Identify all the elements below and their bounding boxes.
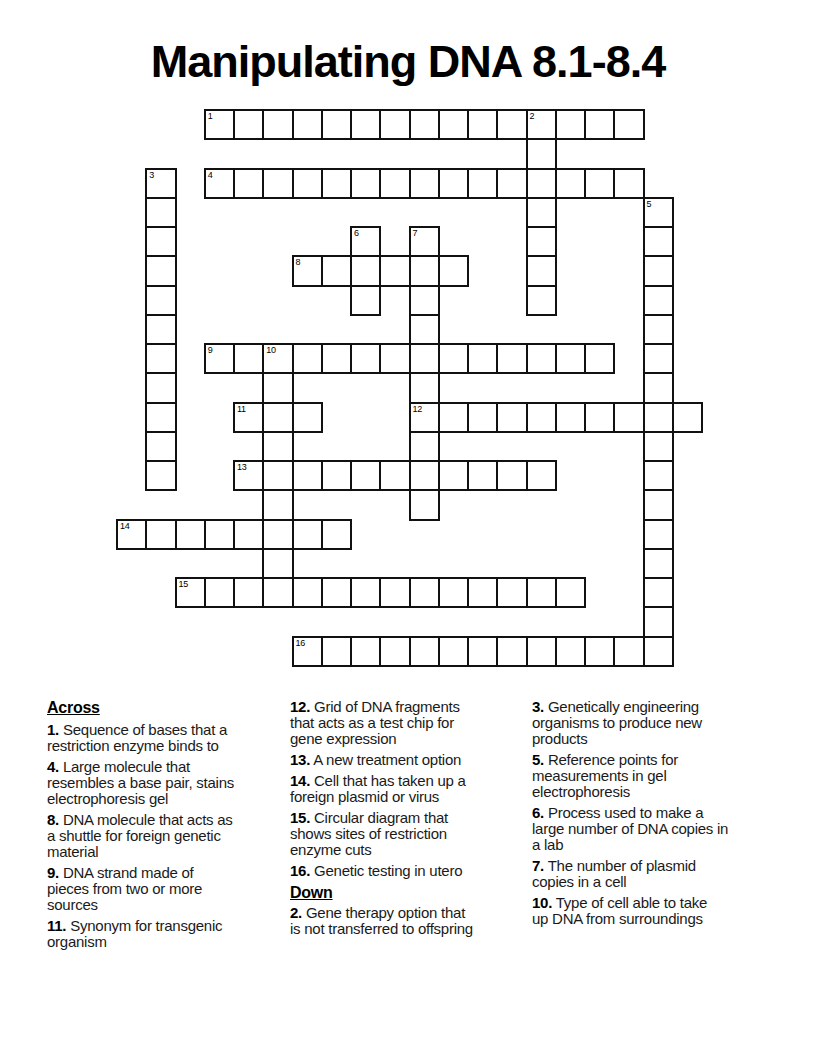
grid-cell-r0c14[interactable]: 2 <box>526 109 557 140</box>
grid-cell-r0c16[interactable] <box>584 109 615 140</box>
clue-text: Process used to make a large number of D… <box>532 804 728 853</box>
grid-cell-r16c10[interactable] <box>409 577 440 608</box>
grid-cell-r12c14[interactable] <box>526 460 557 491</box>
grid-cell-r8c4[interactable] <box>233 343 264 374</box>
clue-across-11: 11. Synonym for transgenic organism <box>47 918 285 950</box>
grid-cell-r0c9[interactable] <box>379 109 410 140</box>
grid-cell-r2c14[interactable] <box>526 168 557 199</box>
clue-text: Genetically engineering organisms to pro… <box>532 698 702 747</box>
grid-cell-r18c15[interactable] <box>555 636 586 667</box>
clue-text: Genetic testing in utero <box>314 862 462 879</box>
grid-cell-r9c5[interactable] <box>262 372 293 403</box>
grid-cell-r7c18[interactable] <box>643 314 674 345</box>
grid-cell-r12c11[interactable] <box>438 460 469 491</box>
grid-cell-r14c1[interactable] <box>145 519 176 550</box>
clue-text: Circular diagram that shows sites of res… <box>290 809 448 858</box>
grid-cell-r14c3[interactable] <box>204 519 235 550</box>
cell-number: 2 <box>530 111 535 122</box>
grid-cell-r5c10[interactable] <box>409 255 440 286</box>
grid-cell-r18c13[interactable] <box>496 636 527 667</box>
clue-number: 8. <box>47 811 59 828</box>
grid-cell-r14c5[interactable] <box>262 519 293 550</box>
grid-cell-r11c10[interactable] <box>409 431 440 462</box>
grid-cell-r12c8[interactable] <box>350 460 381 491</box>
grid-cell-r5c7[interactable] <box>321 255 352 286</box>
clue-text: Grid of DNA fragments that acts as a tes… <box>290 698 460 747</box>
grid-cell-r2c8[interactable] <box>350 168 381 199</box>
grid-cell-r17c18[interactable] <box>643 606 674 637</box>
grid-cell-r2c5[interactable] <box>262 168 293 199</box>
clue-down-2: 2. Gene therapy option that is not trans… <box>290 905 530 937</box>
grid-cell-r8c16[interactable] <box>584 343 615 374</box>
grid-cell-r18c11[interactable] <box>438 636 469 667</box>
grid-cell-r16c6[interactable] <box>292 577 323 608</box>
grid-cell-r3c1[interactable] <box>145 197 176 228</box>
clue-across-16: 16. Genetic testing in utero <box>290 863 530 879</box>
grid-cell-r2c12[interactable] <box>467 168 498 199</box>
clue-text: Reference points for measurements in gel… <box>532 751 678 800</box>
grid-cell-r16c2[interactable]: 15 <box>175 577 206 608</box>
clue-text: Synonym for transgenic organism <box>47 917 222 950</box>
clue-number: 14. <box>290 772 310 789</box>
clue-across-1: 1. Sequence of bases that a restriction … <box>47 722 285 754</box>
clue-number: 9. <box>47 864 59 881</box>
grid-cell-r0c3[interactable]: 1 <box>204 109 235 140</box>
grid-cell-r16c13[interactable] <box>496 577 527 608</box>
grid-cell-r12c4[interactable]: 13 <box>233 460 264 491</box>
grid-cell-r10c18[interactable] <box>643 402 674 433</box>
grid-cell-r4c8[interactable]: 6 <box>350 226 381 257</box>
clue-column-left: Across 1. Sequence of bases that a restr… <box>47 699 285 955</box>
grid-cell-r18c14[interactable] <box>526 636 557 667</box>
grid-cell-r0c15[interactable] <box>555 109 586 140</box>
grid-cell-r5c6[interactable]: 8 <box>292 255 323 286</box>
clue-number: 16. <box>290 862 310 879</box>
grid-cell-r11c1[interactable] <box>145 431 176 462</box>
clue-number: 2. <box>290 904 302 921</box>
clue-number: 13. <box>290 751 310 768</box>
across-header: Across <box>47 699 285 716</box>
clue-text: Sequence of bases that a restriction enz… <box>47 721 227 754</box>
cell-number: 1 <box>208 111 213 122</box>
grid-cell-r8c10[interactable] <box>409 343 440 374</box>
grid-cell-r2c1[interactable]: 3 <box>145 168 176 199</box>
cell-number: 10 <box>266 345 275 356</box>
clue-across-8: 8. DNA molecule that acts as a shuttle f… <box>47 812 285 860</box>
clue-down-5: 5. Reference points for measurements in … <box>532 752 778 800</box>
grid-cell-r5c1[interactable] <box>145 255 176 286</box>
grid-cell-r9c18[interactable] <box>643 372 674 403</box>
grid-cell-r9c1[interactable] <box>145 372 176 403</box>
grid-cell-r2c11[interactable] <box>438 168 469 199</box>
grid-cell-r8c3[interactable]: 9 <box>204 343 235 374</box>
grid-cell-r5c14[interactable] <box>526 255 557 286</box>
grid-cell-r14c7[interactable] <box>321 519 352 550</box>
clue-across-13: 13. A new treatment option <box>290 752 530 768</box>
grid-cell-r8c18[interactable] <box>643 343 674 374</box>
grid-cell-r10c17[interactable] <box>613 402 644 433</box>
grid-cell-r8c11[interactable] <box>438 343 469 374</box>
clue-column-right: 3. Genetically engineering organisms to … <box>532 696 778 932</box>
cell-number: 11 <box>237 404 246 415</box>
grid-cell-r16c9[interactable] <box>379 577 410 608</box>
grid-cell-r18c12[interactable] <box>467 636 498 667</box>
grid-cell-r16c18[interactable] <box>643 577 674 608</box>
clue-down-3: 3. Genetically engineering organisms to … <box>532 699 778 747</box>
grid-cell-r0c11[interactable] <box>438 109 469 140</box>
grid-cell-r5c8[interactable] <box>350 255 381 286</box>
grid-cell-r6c10[interactable] <box>409 285 440 316</box>
grid-cell-r10c5[interactable] <box>262 402 293 433</box>
grid-cell-r5c11[interactable] <box>438 255 469 286</box>
grid-cell-r16c8[interactable] <box>350 577 381 608</box>
grid-cell-r3c14[interactable] <box>526 197 557 228</box>
grid-cell-r18c6[interactable]: 16 <box>292 636 323 667</box>
grid-cell-r0c5[interactable] <box>262 109 293 140</box>
grid-cell-r10c13[interactable] <box>496 402 527 433</box>
clue-text: DNA strand made of pieces from two or mo… <box>47 864 202 913</box>
grid-cell-r10c16[interactable] <box>584 402 615 433</box>
cell-number: 16 <box>296 638 305 649</box>
grid-cell-r16c5[interactable] <box>262 577 293 608</box>
grid-cell-r16c11[interactable] <box>438 577 469 608</box>
clue-number: 3. <box>532 698 544 715</box>
clue-number: 7. <box>532 857 544 874</box>
grid-cell-r4c1[interactable] <box>145 226 176 257</box>
grid-cell-r2c6[interactable] <box>292 168 323 199</box>
grid-cell-r2c15[interactable] <box>555 168 586 199</box>
grid-cell-r9c10[interactable] <box>409 372 440 403</box>
grid-cell-r16c3[interactable] <box>204 577 235 608</box>
grid-cell-r18c10[interactable] <box>409 636 440 667</box>
grid-cell-r15c18[interactable] <box>643 548 674 579</box>
grid-cell-r18c8[interactable] <box>350 636 381 667</box>
grid-cell-r2c9[interactable] <box>379 168 410 199</box>
grid-cell-r14c2[interactable] <box>175 519 206 550</box>
grid-cell-r16c12[interactable] <box>467 577 498 608</box>
grid-cell-r2c17[interactable] <box>613 168 644 199</box>
clue-text: The number of plasmid copies in a cell <box>532 857 696 890</box>
grid-cell-r8c1[interactable] <box>145 343 176 374</box>
clue-list-across-1: 1. Sequence of bases that a restriction … <box>47 722 285 950</box>
grid-cell-r0c13[interactable] <box>496 109 527 140</box>
clue-text: DNA molecule that acts as a shuttle for … <box>47 811 233 860</box>
crossword-grid: 12345678910111213141516 <box>116 109 703 667</box>
grid-cell-r16c15[interactable] <box>555 577 586 608</box>
grid-cell-r5c18[interactable] <box>643 255 674 286</box>
grid-cell-r5c9[interactable] <box>379 255 410 286</box>
cell-number: 8 <box>296 257 301 268</box>
grid-cell-r10c6[interactable] <box>292 402 323 433</box>
clue-number: 11. <box>47 917 66 934</box>
grid-cell-r8c7[interactable] <box>321 343 352 374</box>
grid-cell-r0c7[interactable] <box>321 109 352 140</box>
cell-number: 5 <box>647 199 652 210</box>
clue-number: 1. <box>47 721 59 738</box>
grid-cell-r8c12[interactable] <box>467 343 498 374</box>
cell-number: 15 <box>179 579 188 590</box>
clue-list-down-2: 3. Genetically engineering organisms to … <box>532 699 778 927</box>
grid-cell-r10c19[interactable] <box>672 402 703 433</box>
grid-cell-r18c17[interactable] <box>613 636 644 667</box>
grid-cell-r8c14[interactable] <box>526 343 557 374</box>
grid-cell-r2c10[interactable] <box>409 168 440 199</box>
grid-cell-r13c18[interactable] <box>643 489 674 520</box>
grid-cell-r14c6[interactable] <box>292 519 323 550</box>
clue-text: Cell that has taken up a foreign plasmid… <box>290 772 466 805</box>
grid-cell-r3c18[interactable]: 5 <box>643 197 674 228</box>
cell-number: 3 <box>149 170 154 181</box>
grid-cell-r11c18[interactable] <box>643 431 674 462</box>
clue-number: 6. <box>532 804 544 821</box>
grid-cell-r10c11[interactable] <box>438 402 469 433</box>
clue-text: Large molecule that resembles a base pai… <box>47 758 234 807</box>
grid-cell-r10c15[interactable] <box>555 402 586 433</box>
grid-cell-r12c12[interactable] <box>467 460 498 491</box>
grid-cell-r8c5[interactable]: 10 <box>262 343 293 374</box>
grid-cell-r6c8[interactable] <box>350 285 381 316</box>
grid-cell-r16c4[interactable] <box>233 577 264 608</box>
clue-number: 15. <box>290 809 310 826</box>
grid-cell-r12c10[interactable] <box>409 460 440 491</box>
clue-across-15: 15. Circular diagram that shows sites of… <box>290 810 530 858</box>
grid-cell-r12c13[interactable] <box>496 460 527 491</box>
grid-cell-r8c9[interactable] <box>379 343 410 374</box>
grid-cell-r1c14[interactable] <box>526 138 557 169</box>
grid-cell-r6c18[interactable] <box>643 285 674 316</box>
clue-list-down-1: 2. Gene therapy option that is not trans… <box>290 905 530 937</box>
grid-cell-r4c18[interactable] <box>643 226 674 257</box>
grid-cell-r18c18[interactable] <box>643 636 674 667</box>
clue-down-10: 10. Type of cell able to take up DNA fro… <box>532 895 778 927</box>
grid-cell-r14c18[interactable] <box>643 519 674 550</box>
grid-cell-r16c7[interactable] <box>321 577 352 608</box>
cell-number: 9 <box>208 345 213 356</box>
down-header: Down <box>290 884 530 901</box>
grid-cell-r14c4[interactable] <box>233 519 264 550</box>
clue-number: 12. <box>290 698 310 715</box>
cell-number: 7 <box>413 228 418 239</box>
grid-cell-r8c13[interactable] <box>496 343 527 374</box>
grid-cell-r6c1[interactable] <box>145 285 176 316</box>
cell-number: 14 <box>120 521 129 532</box>
grid-cell-r10c4[interactable]: 11 <box>233 402 264 433</box>
grid-cell-r10c10[interactable]: 12 <box>409 402 440 433</box>
grid-cell-r0c10[interactable] <box>409 109 440 140</box>
clue-across-4: 4. Large molecule that resembles a base … <box>47 759 285 807</box>
grid-cell-r2c3[interactable]: 4 <box>204 168 235 199</box>
grid-cell-r12c5[interactable] <box>262 460 293 491</box>
cell-number: 6 <box>354 228 359 239</box>
clue-number: 10. <box>532 894 552 911</box>
cell-number: 13 <box>237 462 246 473</box>
clue-text: A new treatment option <box>313 751 461 768</box>
grid-cell-r6c14[interactable] <box>526 285 557 316</box>
grid-cell-r10c14[interactable] <box>526 402 557 433</box>
worksheet-page: { "game": "crossword", "title": "Manipul… <box>0 0 816 1056</box>
clue-down-6: 6. Process used to make a large number o… <box>532 805 778 853</box>
grid-cell-r12c9[interactable] <box>379 460 410 491</box>
clue-number: 5. <box>532 751 544 768</box>
cell-number: 12 <box>413 404 422 415</box>
grid-cell-r14c0[interactable]: 14 <box>116 519 147 550</box>
clue-list-across-2: 12. Grid of DNA fragments that acts as a… <box>290 699 530 879</box>
page-title: Manipulating DNA 8.1-8.4 <box>0 36 816 88</box>
clue-across-9: 9. DNA strand made of pieces from two or… <box>47 865 285 913</box>
grid-cell-r8c15[interactable] <box>555 343 586 374</box>
grid-cell-r8c6[interactable] <box>292 343 323 374</box>
grid-cell-r0c17[interactable] <box>613 109 644 140</box>
grid-cell-r8c8[interactable] <box>350 343 381 374</box>
grid-cell-r0c8[interactable] <box>350 109 381 140</box>
grid-cell-r7c1[interactable] <box>145 314 176 345</box>
grid-cell-r12c1[interactable] <box>145 460 176 491</box>
grid-cell-r18c7[interactable] <box>321 636 352 667</box>
clue-across-12: 12. Grid of DNA fragments that acts as a… <box>290 699 530 747</box>
clue-text: Type of cell able to take up DNA from su… <box>532 894 707 927</box>
grid-cell-r12c18[interactable] <box>643 460 674 491</box>
grid-cell-r10c1[interactable] <box>145 402 176 433</box>
grid-cell-r2c16[interactable] <box>584 168 615 199</box>
grid-cell-r0c6[interactable] <box>292 109 323 140</box>
grid-cell-r2c4[interactable] <box>233 168 264 199</box>
grid-cell-r18c16[interactable] <box>584 636 615 667</box>
grid-cell-r16c14[interactable] <box>526 577 557 608</box>
grid-cell-r18c9[interactable] <box>379 636 410 667</box>
grid-cell-r12c7[interactable] <box>321 460 352 491</box>
cell-number: 4 <box>208 170 213 181</box>
clue-number: 4. <box>47 758 59 775</box>
clue-text: Gene therapy option that is not transfer… <box>290 904 473 937</box>
grid-cell-r10c12[interactable] <box>467 402 498 433</box>
grid-cell-r11c5[interactable] <box>262 431 293 462</box>
grid-cell-r4c10[interactable]: 7 <box>409 226 440 257</box>
clue-column-middle: 12. Grid of DNA fragments that acts as a… <box>290 696 530 942</box>
clue-down-7: 7. The number of plasmid copies in a cel… <box>532 858 778 890</box>
grid-cell-r13c5[interactable] <box>262 489 293 520</box>
grid-cell-r0c12[interactable] <box>467 109 498 140</box>
grid-cell-r7c10[interactable] <box>409 314 440 345</box>
grid-cell-r12c6[interactable] <box>292 460 323 491</box>
grid-cell-r2c7[interactable] <box>321 168 352 199</box>
grid-cell-r4c14[interactable] <box>526 226 557 257</box>
grid-cell-r2c13[interactable] <box>496 168 527 199</box>
grid-cell-r15c5[interactable] <box>262 548 293 579</box>
clue-across-14: 14. Cell that has taken up a foreign pla… <box>290 773 530 805</box>
grid-cell-r13c10[interactable] <box>409 489 440 520</box>
grid-cell-r0c4[interactable] <box>233 109 264 140</box>
